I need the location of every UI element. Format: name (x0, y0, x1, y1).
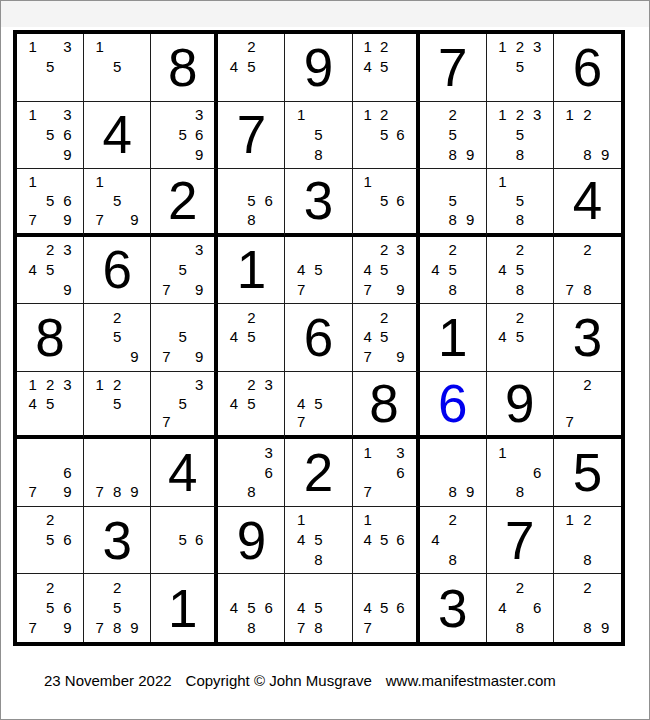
candidate-digit: 8 (444, 279, 461, 299)
candidate-slot-empty (461, 124, 478, 144)
candidate-digit: 7 (91, 210, 108, 229)
candidate-slot-empty (225, 577, 242, 597)
candidate-slot-empty (376, 462, 392, 482)
cell-r9c7[interactable]: 3 (420, 574, 487, 642)
candidate-slot-empty (376, 144, 392, 164)
candidate-digit: 2 (376, 105, 392, 125)
candidate-digit: 1 (494, 442, 511, 462)
candidate-digit: 1 (24, 172, 41, 191)
candidate-digit: 2 (444, 240, 461, 260)
candidate-slot-empty (260, 172, 277, 191)
cell-r1c9[interactable]: 6 (554, 34, 621, 102)
candidate-slot-empty (191, 412, 207, 431)
candidate-slot-empty (360, 240, 376, 260)
cell-r1c7[interactable]: 7 (420, 34, 487, 102)
candidate-slot-empty (444, 172, 461, 191)
candidate-digit: 1 (494, 172, 511, 191)
candidate-digit: 8 (108, 482, 125, 502)
candidate-slot-empty (108, 37, 125, 57)
candidate-slot-empty (41, 550, 58, 570)
cell-r4c1[interactable]: 23459 (17, 237, 84, 305)
candidate-slot-empty (327, 598, 344, 618)
candidate-slot-empty (511, 598, 528, 618)
candidate-slot-empty (91, 598, 108, 618)
candidate-digit: 5 (310, 124, 327, 144)
candidate-grid: 156 (353, 169, 416, 233)
candidate-grid: 168 (487, 439, 553, 506)
candidate-grid: 15679 (17, 169, 83, 233)
candidate-slot-empty (596, 279, 614, 299)
solved-digit: 2 (285, 439, 351, 506)
candidate-slot-empty (494, 191, 511, 210)
candidate-slot-empty (360, 462, 376, 482)
candidate-slot-empty (243, 577, 260, 597)
candidate-slot-empty (511, 347, 528, 367)
candidate-digit: 4 (494, 598, 511, 618)
cell-r6c2[interactable]: 125 (84, 372, 151, 440)
cell-r5c7[interactable]: 1 (420, 304, 487, 372)
candidate-digit: 9 (461, 482, 478, 502)
candidate-digit: 5 (175, 124, 191, 144)
candidate-digit: 2 (41, 577, 58, 597)
cell-r2c4[interactable]: 7 (218, 102, 285, 170)
cell-r3c4[interactable]: 568 (218, 169, 285, 237)
candidate-grid: 1245 (353, 34, 416, 101)
solved-digit: 6 (554, 34, 621, 101)
candidate-digit: 7 (24, 482, 41, 502)
candidate-digit: 8 (511, 210, 528, 229)
candidate-slot-empty (327, 260, 344, 280)
cell-r8c4[interactable]: 9 (218, 507, 285, 575)
candidate-slot-empty (175, 105, 191, 125)
candidate-slot-empty (596, 530, 614, 550)
cell-r1c8[interactable]: 1235 (487, 34, 554, 102)
candidate-slot-empty (41, 462, 58, 482)
candidate-slot-empty (529, 57, 546, 77)
candidate-slot-empty (310, 279, 327, 299)
candidate-slot-empty (561, 240, 579, 260)
candidate-digit: 3 (59, 375, 76, 394)
cell-r4c7[interactable]: 2458 (420, 237, 487, 305)
candidate-slot-empty (225, 618, 242, 638)
candidate-slot-empty (310, 105, 327, 125)
solved-digit: 4 (84, 102, 150, 169)
candidate-digit: 4 (24, 260, 41, 280)
candidate-digit: 1 (360, 442, 376, 462)
candidate-digit: 5 (310, 394, 327, 413)
candidate-digit: 8 (511, 482, 528, 502)
candidate-slot-empty (427, 550, 444, 570)
cell-r4c2[interactable]: 6 (84, 237, 151, 305)
candidate-slot-empty (175, 550, 191, 570)
cell-r6c6[interactable]: 8 (353, 372, 420, 440)
candidate-digit: 6 (191, 124, 207, 144)
candidate-digit: 5 (108, 394, 125, 413)
cell-r8c7[interactable]: 248 (420, 507, 487, 575)
candidate-grid: 56 (151, 507, 214, 574)
candidate-digit: 4 (360, 57, 376, 77)
solved-digit: 3 (84, 507, 150, 574)
cell-r4c9[interactable]: 278 (554, 237, 621, 305)
solved-digit: 1 (151, 574, 214, 642)
candidate-digit: 5 (376, 327, 392, 347)
cell-r6c3[interactable]: 357 (151, 372, 218, 440)
cell-r6c1[interactable]: 12345 (17, 372, 84, 440)
candidate-slot-empty (392, 210, 408, 229)
cell-r9c2[interactable]: 25789 (84, 574, 151, 642)
candidate-slot-empty (511, 172, 528, 191)
candidate-digit: 9 (461, 144, 478, 164)
cell-r4c3[interactable]: 3579 (151, 237, 218, 305)
candidate-slot-empty (461, 172, 478, 191)
candidate-slot-empty (225, 210, 242, 229)
cell-r5c9[interactable]: 3 (554, 304, 621, 372)
candidate-slot-empty (427, 442, 444, 462)
cell-r1c5[interactable]: 9 (285, 34, 352, 102)
candidate-slot-empty (126, 462, 143, 482)
candidate-digit: 3 (59, 240, 76, 260)
candidate-slot-empty (494, 618, 511, 638)
candidate-digit: 9 (596, 618, 614, 638)
candidate-grid: 128 (554, 507, 621, 574)
candidate-slot-empty (511, 442, 528, 462)
candidate-slot-empty (596, 550, 614, 570)
cell-r3c3[interactable]: 2 (151, 169, 218, 237)
candidate-slot-empty (126, 57, 143, 77)
candidate-grid: 89 (420, 439, 486, 506)
candidate-slot-empty (91, 57, 108, 77)
candidate-digit: 4 (225, 327, 242, 347)
candidate-grid: 15 (84, 34, 150, 101)
candidate-digit: 6 (59, 462, 76, 482)
candidate-slot-empty (260, 482, 277, 502)
sudoku-page: 1351582459124571235613569435697158125625… (0, 0, 650, 720)
candidate-slot-empty (327, 375, 344, 394)
cell-r9c5[interactable]: 4578 (285, 574, 352, 642)
candidate-slot-empty (59, 442, 76, 462)
candidate-slot-empty (126, 412, 143, 431)
solved-digit: 4 (151, 439, 214, 506)
candidate-slot-empty (41, 210, 58, 229)
candidate-slot-empty (360, 77, 376, 97)
candidate-digit: 4 (427, 530, 444, 550)
cell-r6c5[interactable]: 457 (285, 372, 352, 440)
candidate-slot-empty (327, 510, 344, 530)
candidate-slot-empty (126, 307, 143, 327)
candidate-slot-empty (310, 510, 327, 530)
candidate-slot-empty (376, 172, 392, 191)
candidate-slot-empty (158, 307, 174, 327)
candidate-digit: 6 (260, 191, 277, 210)
candidate-grid: 2458 (487, 237, 553, 304)
cell-r6c8[interactable]: 9 (487, 372, 554, 440)
candidate-slot-empty (529, 172, 546, 191)
candidate-slot-empty (91, 442, 108, 462)
cell-r2c1[interactable]: 13569 (17, 102, 84, 170)
cell-r7c3[interactable]: 4 (151, 439, 218, 507)
cell-r2c2[interactable]: 4 (84, 102, 151, 170)
candidate-digit: 6 (392, 191, 408, 210)
cell-r5c3[interactable]: 579 (151, 304, 218, 372)
candidate-digit: 7 (360, 482, 376, 502)
candidate-digit: 5 (243, 394, 260, 413)
cell-r3c5[interactable]: 3 (285, 169, 352, 237)
candidate-digit: 1 (360, 37, 376, 57)
cell-r2c5[interactable]: 158 (285, 102, 352, 170)
candidate-slot-empty (427, 510, 444, 530)
cell-r2c9[interactable]: 1289 (554, 102, 621, 170)
candidate-slot-empty (41, 618, 58, 638)
cell-r7c2[interactable]: 789 (84, 439, 151, 507)
candidate-digit: 9 (461, 210, 478, 229)
candidate-digit: 5 (376, 260, 392, 280)
candidate-slot-empty (108, 442, 125, 462)
cell-r7c5[interactable]: 2 (285, 439, 352, 507)
candidate-slot-empty (376, 577, 392, 597)
candidate-slot-empty (360, 210, 376, 229)
cell-r5c5[interactable]: 6 (285, 304, 352, 372)
candidate-slot-empty (158, 124, 174, 144)
candidate-grid: 457 (285, 372, 351, 436)
candidate-slot-empty (191, 260, 207, 280)
candidate-digit: 8 (511, 144, 528, 164)
candidate-slot-empty (461, 510, 478, 530)
cell-r9c8[interactable]: 2468 (487, 574, 554, 642)
cell-r8c8[interactable]: 7 (487, 507, 554, 575)
cell-r1c2[interactable]: 15 (84, 34, 151, 102)
cell-r6c7[interactable]: 6 (420, 372, 487, 440)
candidate-slot-empty (461, 260, 478, 280)
candidate-digit: 3 (191, 240, 207, 260)
cell-r1c4[interactable]: 245 (218, 34, 285, 102)
cell-r5c8[interactable]: 245 (487, 304, 554, 372)
cell-r7c9[interactable]: 5 (554, 439, 621, 507)
candidate-slot-empty (126, 375, 143, 394)
cell-r9c9[interactable]: 289 (554, 574, 621, 642)
candidate-slot-empty (59, 57, 76, 77)
candidate-slot-empty (310, 240, 327, 260)
cell-r8c9[interactable]: 128 (554, 507, 621, 575)
candidate-grid: 2345 (218, 372, 284, 436)
candidate-grid: 135 (17, 34, 83, 101)
candidate-slot-empty (24, 412, 41, 431)
cell-r3c9[interactable]: 4 (554, 169, 621, 237)
candidate-slot-empty (376, 482, 392, 502)
cell-r8c3[interactable]: 56 (151, 507, 218, 575)
candidate-digit: 6 (59, 530, 76, 550)
solved-digit: 3 (285, 169, 351, 233)
candidate-slot-empty (260, 618, 277, 638)
candidate-grid: 1458 (285, 507, 351, 574)
candidate-digit: 4 (360, 327, 376, 347)
solved-digit: 1 (218, 237, 284, 304)
candidate-slot-empty (158, 530, 174, 550)
cell-r4c6[interactable]: 234579 (353, 237, 420, 305)
solved-digit: 7 (218, 102, 284, 169)
candidate-grid: 256 (17, 507, 83, 574)
candidate-slot-empty (260, 327, 277, 347)
candidate-digit: 5 (376, 191, 392, 210)
candidate-slot-empty (529, 124, 546, 144)
cell-r9c1[interactable]: 25679 (17, 574, 84, 642)
candidate-slot-empty (392, 260, 408, 280)
cell-r7c1[interactable]: 679 (17, 439, 84, 507)
candidate-slot-empty (225, 307, 242, 327)
candidate-slot-empty (24, 144, 41, 164)
candidate-grid: 27 (554, 372, 621, 436)
cell-r2c6[interactable]: 1256 (353, 102, 420, 170)
candidate-grid: 259 (84, 304, 150, 371)
candidate-digit: 6 (59, 191, 76, 210)
cell-r9c4[interactable]: 4568 (218, 574, 285, 642)
candidate-slot-empty (175, 510, 191, 530)
cell-r4c5[interactable]: 457 (285, 237, 352, 305)
candidate-digit: 8 (579, 144, 597, 164)
candidate-digit: 1 (561, 105, 579, 125)
candidate-digit: 4 (494, 260, 511, 280)
solved-digit: 4 (554, 169, 621, 233)
candidate-slot-empty (392, 577, 408, 597)
candidate-digit: 2 (511, 37, 528, 57)
candidate-grid: 457 (285, 237, 351, 304)
candidate-slot-empty (529, 482, 546, 502)
candidate-slot-empty (158, 327, 174, 347)
candidate-slot-empty (327, 530, 344, 550)
cell-r6c4[interactable]: 2345 (218, 372, 285, 440)
cell-r2c3[interactable]: 3569 (151, 102, 218, 170)
cell-r3c1[interactable]: 15679 (17, 169, 84, 237)
candidate-digit: 9 (392, 347, 408, 367)
solved-digit: 8 (151, 34, 214, 101)
cell-r8c6[interactable]: 1456 (353, 507, 420, 575)
candidate-slot-empty (191, 510, 207, 530)
candidate-slot-empty (529, 240, 546, 260)
cell-r5c6[interactable]: 24579 (353, 304, 420, 372)
candidate-slot-empty (392, 172, 408, 191)
candidate-digit: 8 (243, 482, 260, 502)
candidate-slot-empty (24, 279, 41, 299)
candidate-slot-empty (24, 57, 41, 77)
cell-r8c5[interactable]: 1458 (285, 507, 352, 575)
cell-r2c8[interactable]: 12358 (487, 102, 554, 170)
cell-r3c7[interactable]: 589 (420, 169, 487, 237)
candidate-slot-empty (175, 412, 191, 431)
cell-r5c1[interactable]: 8 (17, 304, 84, 372)
candidate-slot-empty (360, 577, 376, 597)
cell-r3c6[interactable]: 156 (353, 169, 420, 237)
cell-r2c7[interactable]: 2589 (420, 102, 487, 170)
candidate-slot-empty (511, 462, 528, 482)
candidate-digit: 6 (191, 530, 207, 550)
cell-r6c9[interactable]: 27 (554, 372, 621, 440)
cell-r7c6[interactable]: 1367 (353, 439, 420, 507)
footer-website: www.manifestmaster.com (386, 672, 556, 689)
candidate-digit: 5 (376, 598, 392, 618)
candidate-digit: 2 (579, 510, 597, 530)
candidate-slot-empty (41, 482, 58, 502)
candidate-slot-empty (579, 412, 597, 431)
candidate-digit: 5 (444, 260, 461, 280)
candidate-slot-empty (327, 105, 344, 125)
candidate-grid: 2468 (487, 574, 553, 642)
candidate-slot-empty (327, 394, 344, 413)
cell-r5c2[interactable]: 259 (84, 304, 151, 372)
candidate-slot-empty (91, 462, 108, 482)
candidate-grid: 158 (487, 169, 553, 233)
candidate-slot-empty (529, 279, 546, 299)
candidate-slot-empty (225, 172, 242, 191)
cell-r7c7[interactable]: 89 (420, 439, 487, 507)
candidate-slot-empty (327, 240, 344, 260)
solved-digit-highlighted: 6 (420, 372, 486, 436)
candidate-slot-empty (175, 144, 191, 164)
candidate-slot-empty (59, 577, 76, 597)
candidate-slot-empty (243, 347, 260, 367)
cell-r8c1[interactable]: 256 (17, 507, 84, 575)
candidate-digit: 2 (579, 105, 597, 125)
candidate-slot-empty (243, 172, 260, 191)
candidate-slot-empty (360, 124, 376, 144)
candidate-digit: 6 (392, 462, 408, 482)
cell-r1c6[interactable]: 1245 (353, 34, 420, 102)
candidate-digit: 8 (511, 279, 528, 299)
candidate-slot-empty (126, 77, 143, 97)
candidate-slot-empty (427, 124, 444, 144)
candidate-slot-empty (260, 577, 277, 597)
candidate-grid: 158 (285, 102, 351, 169)
candidate-grid: 3579 (151, 237, 214, 304)
cell-r9c3[interactable]: 1 (151, 574, 218, 642)
candidate-slot-empty (427, 240, 444, 260)
candidate-digit: 7 (292, 279, 309, 299)
candidate-slot-empty (392, 550, 408, 570)
candidate-slot-empty (91, 191, 108, 210)
cell-r7c4[interactable]: 368 (218, 439, 285, 507)
candidate-digit: 4 (225, 57, 242, 77)
candidate-slot-empty (327, 412, 344, 431)
candidate-slot-empty (41, 144, 58, 164)
candidate-slot-empty (529, 618, 546, 638)
candidate-grid: 4568 (218, 574, 284, 642)
candidate-digit: 4 (292, 598, 309, 618)
cell-r3c8[interactable]: 158 (487, 169, 554, 237)
cell-r1c3[interactable]: 8 (151, 34, 218, 102)
candidate-digit: 2 (243, 307, 260, 327)
candidate-slot-empty (191, 307, 207, 327)
cell-r8c2[interactable]: 3 (84, 507, 151, 575)
candidate-slot-empty (41, 412, 58, 431)
candidate-digit: 8 (511, 618, 528, 638)
candidate-slot-empty (561, 260, 579, 280)
candidate-slot-empty (596, 124, 614, 144)
cell-r5c4[interactable]: 245 (218, 304, 285, 372)
candidate-digit: 7 (561, 279, 579, 299)
cell-r7c8[interactable]: 168 (487, 439, 554, 507)
candidate-digit: 2 (41, 240, 58, 260)
cell-r4c8[interactable]: 2458 (487, 237, 554, 305)
cell-r9c6[interactable]: 4567 (353, 574, 420, 642)
candidate-digit: 6 (260, 462, 277, 482)
cell-r3c2[interactable]: 1579 (84, 169, 151, 237)
candidate-slot-empty (392, 144, 408, 164)
cell-r4c4[interactable]: 1 (218, 237, 285, 305)
candidate-grid: 278 (554, 237, 621, 304)
candidate-digit: 1 (360, 105, 376, 125)
cell-r1c1[interactable]: 135 (17, 34, 84, 102)
candidate-digit: 5 (243, 598, 260, 618)
candidate-slot-empty (494, 279, 511, 299)
candidate-slot-empty (327, 550, 344, 570)
